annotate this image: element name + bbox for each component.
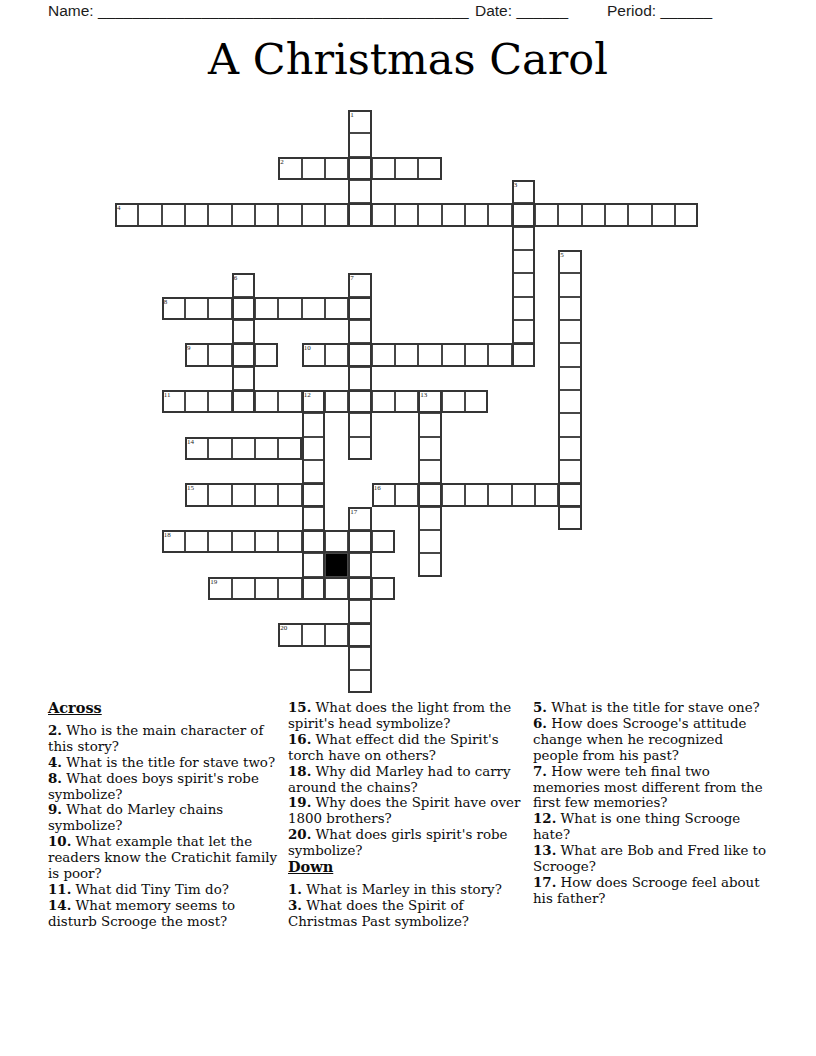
grid-cell[interactable] <box>348 157 371 180</box>
clue-number: 7. <box>533 763 547 779</box>
grid-cell[interactable] <box>185 530 208 553</box>
clue-number: 13. <box>533 842 556 858</box>
grid-cell[interactable] <box>442 390 465 413</box>
grid-cell[interactable] <box>512 273 535 296</box>
date-blank-line[interactable]: ______ <box>516 2 568 19</box>
grid-cell[interactable] <box>348 600 371 623</box>
clue-column-2: 15. What does the light from the spirit'… <box>288 700 531 930</box>
grid-cell[interactable] <box>628 203 651 226</box>
clue-number: 10. <box>48 833 71 849</box>
clue-item-12: 12. What is one thing Scrooge hate? <box>533 811 771 843</box>
grid-cell[interactable] <box>348 320 371 343</box>
grid-cell[interactable] <box>185 343 208 366</box>
grid-cell[interactable] <box>232 297 255 320</box>
clue-number: 15. <box>288 699 311 715</box>
grid-cell[interactable] <box>512 320 535 343</box>
grid-cell[interactable] <box>302 577 325 600</box>
grid-cell[interactable] <box>232 343 255 366</box>
grid-cell[interactable] <box>325 343 348 366</box>
grid-cell[interactable] <box>302 157 325 180</box>
grid-cell[interactable] <box>255 343 278 366</box>
grid-cell[interactable] <box>208 343 231 366</box>
clue-item-3: 3. What does the Spirit of Christmas Pas… <box>288 898 531 930</box>
grid-cell[interactable] <box>348 553 371 576</box>
grid-cell[interactable] <box>302 530 325 553</box>
grid-cell[interactable] <box>512 297 535 320</box>
clue-item-20: 20. What does girls spirit's robe symbol… <box>288 827 531 859</box>
grid-cell[interactable] <box>512 203 535 226</box>
clue-number: 16. <box>288 731 311 747</box>
grid-cell[interactable] <box>535 483 558 506</box>
black-cell <box>325 553 348 576</box>
grid-cell[interactable] <box>302 343 325 366</box>
period-label-row: Period: ______ <box>607 2 712 20</box>
period-blank-line[interactable]: ______ <box>660 2 712 19</box>
grid-cell[interactable] <box>512 227 535 250</box>
grid-cell[interactable] <box>372 483 395 506</box>
grid-cell[interactable] <box>395 343 418 366</box>
clue-number: 5. <box>533 699 547 715</box>
grid-cell[interactable] <box>418 413 441 436</box>
date-label: Date: <box>475 2 512 19</box>
grid-cell[interactable] <box>348 647 371 670</box>
name-blank-line[interactable]: ________________________________________… <box>98 2 469 19</box>
clue-item-18: 18. Why did Marley had to carry around t… <box>288 764 531 796</box>
clue-item-8: 8. What does boys spirit's robe symboliz… <box>48 771 285 803</box>
grid-cell[interactable] <box>558 483 581 506</box>
grid-cell[interactable] <box>348 110 371 133</box>
grid-cell[interactable] <box>232 483 255 506</box>
grid-cell[interactable] <box>465 203 488 226</box>
grid-cell[interactable] <box>302 553 325 576</box>
grid-cell[interactable] <box>348 133 371 156</box>
grid-cell[interactable] <box>348 297 371 320</box>
clue-number: 20. <box>288 826 311 842</box>
grid-cell[interactable] <box>208 530 231 553</box>
grid-cell[interactable] <box>348 390 371 413</box>
grid-cell[interactable] <box>418 343 441 366</box>
clue-column-1: Across2. Who is the main character of th… <box>48 700 285 930</box>
clue-item-15: 15. What does the light from the spirit'… <box>288 700 531 732</box>
grid-cell[interactable] <box>418 460 441 483</box>
clue-heading-down: Down <box>288 859 531 875</box>
grid-cell[interactable] <box>418 483 441 506</box>
grid-cell[interactable] <box>558 297 581 320</box>
grid-cell[interactable] <box>582 203 605 226</box>
grid-cell[interactable] <box>348 623 371 646</box>
grid-cell[interactable] <box>302 507 325 530</box>
clue-item-11: 11. What did Tiny Tim do? <box>48 882 285 898</box>
grid-cell[interactable] <box>348 530 371 553</box>
clue-number: 4. <box>48 754 62 770</box>
clue-item-19: 19. Why does the Spirit have over 1800 b… <box>288 795 531 827</box>
grid-cell[interactable] <box>395 483 418 506</box>
grid-cell[interactable] <box>302 483 325 506</box>
grid-cell[interactable] <box>325 297 348 320</box>
puzzle-title: A Christmas Carol <box>0 34 816 84</box>
grid-cell[interactable] <box>372 390 395 413</box>
grid-cell[interactable] <box>558 320 581 343</box>
grid-cell[interactable] <box>418 203 441 226</box>
clue-item-4: 4. What is the title for stave two? <box>48 755 285 771</box>
grid-cell[interactable] <box>255 203 278 226</box>
grid-cell[interactable] <box>302 437 325 460</box>
grid-cell[interactable] <box>278 297 301 320</box>
grid-cell[interactable] <box>418 437 441 460</box>
date-label-row: Date: ______ <box>475 2 568 20</box>
grid-cell[interactable] <box>115 203 138 226</box>
grid-cell[interactable] <box>395 390 418 413</box>
grid-cell[interactable] <box>162 390 185 413</box>
clue-number: 18. <box>288 763 311 779</box>
clue-item-7: 7. How were teh final two memories most … <box>533 764 771 812</box>
grid-cell[interactable] <box>372 577 395 600</box>
grid-cell[interactable] <box>465 483 488 506</box>
grid-cell[interactable] <box>232 390 255 413</box>
grid-cell[interactable] <box>418 157 441 180</box>
clue-item-17: 17. How does Scrooge feel about his fath… <box>533 875 771 907</box>
clue-item-2: 2. Who is the main character of this sto… <box>48 723 285 755</box>
grid-cell[interactable] <box>512 250 535 273</box>
grid-cell[interactable] <box>372 530 395 553</box>
clue-number: 1. <box>288 881 302 897</box>
grid-cell[interactable] <box>348 367 371 390</box>
grid-cell[interactable] <box>348 437 371 460</box>
grid-cell[interactable] <box>395 203 418 226</box>
clue-column-3: 5. What is the title for stave one?6. Ho… <box>533 700 771 907</box>
grid-cell[interactable] <box>208 203 231 226</box>
grid-cell[interactable] <box>208 390 231 413</box>
grid-cell[interactable] <box>302 413 325 436</box>
grid-cell[interactable] <box>465 343 488 366</box>
grid-cell[interactable] <box>232 530 255 553</box>
grid-cell[interactable] <box>255 483 278 506</box>
clue-number: 12. <box>533 810 556 826</box>
grid-cell[interactable] <box>255 577 278 600</box>
clue-heading-across: Across <box>48 700 285 716</box>
grid-cell[interactable] <box>348 507 371 530</box>
clue-number: 17. <box>533 874 556 890</box>
grid-cell[interactable] <box>348 670 371 693</box>
grid-cell[interactable] <box>512 343 535 366</box>
grid-cell[interactable] <box>185 437 208 460</box>
grid-cell[interactable] <box>558 250 581 273</box>
name-label: Name: <box>48 2 94 19</box>
worksheet-page: Name: __________________________________… <box>0 0 816 1056</box>
grid-cell[interactable] <box>232 203 255 226</box>
clue-item-16: 16. What effect did the Spirit's torch h… <box>288 732 531 764</box>
clue-number: 9. <box>48 801 62 817</box>
grid-cell[interactable] <box>162 530 185 553</box>
grid-cell[interactable] <box>348 180 371 203</box>
grid-cell[interactable] <box>605 203 628 226</box>
clue-item-9: 9. What do Marley chains symbolize? <box>48 802 285 834</box>
grid-cell[interactable] <box>302 460 325 483</box>
clue-number: 19. <box>288 794 311 810</box>
clue-number: 3. <box>288 897 302 913</box>
grid-cell[interactable] <box>278 623 301 646</box>
grid-cell[interactable] <box>255 297 278 320</box>
grid-cell[interactable] <box>488 483 511 506</box>
grid-cell[interactable] <box>232 367 255 390</box>
grid-cell[interactable] <box>325 577 348 600</box>
grid-cell[interactable] <box>558 203 581 226</box>
grid-cell[interactable] <box>208 437 231 460</box>
grid-cell[interactable] <box>232 273 255 296</box>
grid-cell[interactable] <box>278 390 301 413</box>
grid-cell[interactable] <box>255 390 278 413</box>
grid-cell[interactable] <box>325 390 348 413</box>
grid-cell[interactable] <box>418 530 441 553</box>
grid-cell[interactable] <box>558 507 581 530</box>
grid-cell[interactable] <box>138 203 161 226</box>
grid-cell[interactable] <box>372 203 395 226</box>
grid-cell[interactable] <box>185 203 208 226</box>
grid-cell[interactable] <box>208 577 231 600</box>
grid-cell[interactable] <box>418 553 441 576</box>
grid-cell[interactable] <box>325 203 348 226</box>
grid-cell[interactable] <box>162 297 185 320</box>
grid-cell[interactable] <box>488 203 511 226</box>
clue-item-5: 5. What is the title for stave one? <box>533 700 771 716</box>
grid-cell[interactable] <box>348 577 371 600</box>
grid-cell[interactable] <box>302 203 325 226</box>
grid-cell[interactable] <box>418 390 441 413</box>
grid-cell[interactable] <box>488 343 511 366</box>
grid-cell[interactable] <box>558 437 581 460</box>
grid-cell[interactable] <box>348 413 371 436</box>
grid-cell[interactable] <box>162 203 185 226</box>
grid-cell[interactable] <box>348 203 371 226</box>
grid-cell[interactable] <box>325 623 348 646</box>
grid-cell[interactable] <box>208 297 231 320</box>
clue-number: 6. <box>533 715 547 731</box>
grid-cell[interactable] <box>255 437 278 460</box>
clue-number: 14. <box>48 897 71 913</box>
grid-cell[interactable] <box>348 273 371 296</box>
grid-cell[interactable] <box>512 483 535 506</box>
clue-item-1: 1. What is Marley in this story? <box>288 882 531 898</box>
grid-cell[interactable] <box>232 437 255 460</box>
grid-cell[interactable] <box>278 483 301 506</box>
name-label-row: Name: __________________________________… <box>48 2 469 20</box>
grid-cell[interactable] <box>302 390 325 413</box>
grid-cell[interactable] <box>558 390 581 413</box>
grid-cell[interactable] <box>558 460 581 483</box>
grid-cell[interactable] <box>278 530 301 553</box>
grid-cell[interactable] <box>675 203 698 226</box>
grid-cell[interactable] <box>558 343 581 366</box>
grid-cell[interactable] <box>278 157 301 180</box>
clue-item-13: 13. What are Bob and Fred like to Scroog… <box>533 843 771 875</box>
grid-cell[interactable] <box>558 367 581 390</box>
grid-cell[interactable] <box>535 203 558 226</box>
grid-cell[interactable] <box>372 157 395 180</box>
grid-cell[interactable] <box>418 507 441 530</box>
grid-cell[interactable] <box>208 483 231 506</box>
clue-item-10: 10. What example that let the readers kn… <box>48 834 285 882</box>
clue-number: 11. <box>48 881 71 897</box>
grid-cell[interactable] <box>278 203 301 226</box>
clue-number: 8. <box>48 770 62 786</box>
grid-cell[interactable] <box>255 530 278 553</box>
grid-cell[interactable] <box>278 577 301 600</box>
grid-cell[interactable] <box>185 297 208 320</box>
clue-item-6: 6. How does Scrooge's attitude change wh… <box>533 716 771 764</box>
grid-cell[interactable] <box>442 483 465 506</box>
grid-cell[interactable] <box>278 437 301 460</box>
grid-cell[interactable] <box>232 320 255 343</box>
grid-cell[interactable] <box>302 623 325 646</box>
crossword-board: 1234567891011121314151617181920 <box>115 110 700 695</box>
grid-cell[interactable] <box>465 390 488 413</box>
grid-cell[interactable] <box>442 203 465 226</box>
grid-cell[interactable] <box>558 273 581 296</box>
clue-number: 2. <box>48 722 62 738</box>
grid-cell[interactable] <box>558 413 581 436</box>
grid-cell[interactable] <box>442 343 465 366</box>
grid-cell[interactable] <box>325 530 348 553</box>
clue-item-14: 14. What memory seems to disturb Scrooge… <box>48 898 285 930</box>
grid-cell[interactable] <box>185 390 208 413</box>
grid-cell[interactable] <box>652 203 675 226</box>
grid-cell[interactable] <box>512 180 535 203</box>
grid-cell[interactable] <box>348 343 371 366</box>
grid-cell[interactable] <box>185 483 208 506</box>
grid-cell[interactable] <box>325 157 348 180</box>
grid-cell[interactable] <box>372 343 395 366</box>
period-label: Period: <box>607 2 656 19</box>
grid-cell[interactable] <box>302 297 325 320</box>
grid-cell[interactable] <box>232 577 255 600</box>
grid-cell[interactable] <box>395 157 418 180</box>
